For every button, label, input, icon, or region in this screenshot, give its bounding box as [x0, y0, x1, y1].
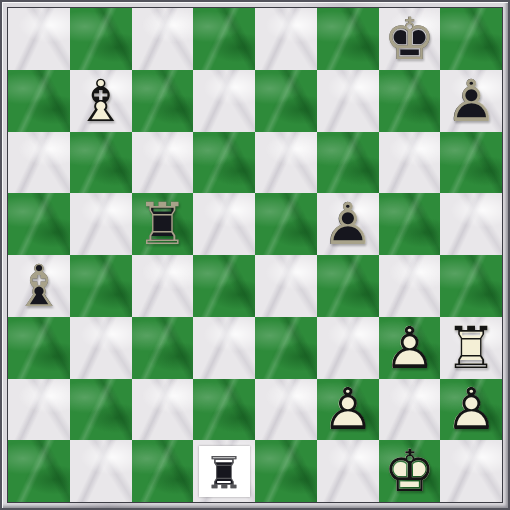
square-a7 [8, 70, 70, 132]
black-pawn-outline-glyph: ♙ [445, 72, 497, 130]
square-g7 [379, 70, 441, 132]
square-d2 [193, 379, 255, 441]
square-a8 [8, 8, 70, 70]
square-g3: ♟♙ [379, 317, 441, 379]
black-king-piece: ♚♔ [379, 8, 441, 70]
square-g1: ♚♔ [379, 440, 441, 502]
square-f5: ♟♙ [317, 193, 379, 255]
square-d1: ♜♖ [193, 440, 255, 502]
black-rook-piece: ♜♖ [132, 193, 194, 255]
square-h8 [440, 8, 502, 70]
white-pawn-outline-glyph: ♙ [322, 380, 374, 438]
white-bishop-piece: ♝♗ [70, 70, 132, 132]
square-f1 [317, 440, 379, 502]
black-bishop-outline-glyph: ♗ [13, 257, 65, 315]
square-c1 [132, 440, 194, 502]
white-pawn-piece: ♟♙ [379, 317, 441, 379]
square-b2 [70, 379, 132, 441]
board-frame: ♚♔♝♗♟♙♜♖♟♙♝♗♟♙♜♖♟♙♟♙♜♖♚♔ [0, 0, 510, 510]
white-pawn-piece: ♟♙ [440, 379, 502, 441]
black-king-outline-glyph: ♔ [383, 10, 435, 68]
square-e6 [255, 132, 317, 194]
square-d3 [193, 317, 255, 379]
square-e4 [255, 255, 317, 317]
square-g6 [379, 132, 441, 194]
black-rook-outline-glyph: ♖ [136, 195, 188, 253]
black-rook-outline-glyph: ♖ [204, 449, 243, 493]
square-h3: ♜♖ [440, 317, 502, 379]
square-a4: ♝♗ [8, 255, 70, 317]
square-e2 [255, 379, 317, 441]
square-a3 [8, 317, 70, 379]
black-pawn-piece: ♟♙ [440, 70, 502, 132]
square-d8 [193, 8, 255, 70]
square-e7 [255, 70, 317, 132]
black-pawn-outline-glyph: ♙ [322, 195, 374, 253]
square-c6 [132, 132, 194, 194]
black-rook-inverted-piece: ♜♖ [199, 446, 250, 497]
square-d7 [193, 70, 255, 132]
square-h1 [440, 440, 502, 502]
square-b7: ♝♗ [70, 70, 132, 132]
square-a6 [8, 132, 70, 194]
square-h6 [440, 132, 502, 194]
square-e1 [255, 440, 317, 502]
square-d4 [193, 255, 255, 317]
square-f3 [317, 317, 379, 379]
square-f4 [317, 255, 379, 317]
white-king-piece: ♚♔ [379, 440, 441, 502]
square-c4 [132, 255, 194, 317]
square-a2 [8, 379, 70, 441]
square-g4 [379, 255, 441, 317]
square-e5 [255, 193, 317, 255]
square-b5 [70, 193, 132, 255]
square-h7: ♟♙ [440, 70, 502, 132]
square-d6 [193, 132, 255, 194]
white-pawn-outline-glyph: ♙ [383, 319, 435, 377]
square-c2 [132, 379, 194, 441]
square-e3 [255, 317, 317, 379]
square-b4 [70, 255, 132, 317]
square-a1 [8, 440, 70, 502]
black-bishop-piece: ♝♗ [8, 255, 70, 317]
white-pawn-piece: ♟♙ [317, 379, 379, 441]
square-b3 [70, 317, 132, 379]
square-h4 [440, 255, 502, 317]
square-g8: ♚♔ [379, 8, 441, 70]
square-c3 [132, 317, 194, 379]
square-h2: ♟♙ [440, 379, 502, 441]
white-king-outline-glyph: ♔ [383, 442, 435, 500]
black-pawn-piece: ♟♙ [317, 193, 379, 255]
square-g2 [379, 379, 441, 441]
white-pawn-outline-glyph: ♙ [445, 380, 497, 438]
square-b6 [70, 132, 132, 194]
white-rook-piece: ♜♖ [440, 317, 502, 379]
white-bishop-outline-glyph: ♗ [75, 72, 127, 130]
square-b1 [70, 440, 132, 502]
square-h5 [440, 193, 502, 255]
square-f8 [317, 8, 379, 70]
square-c7 [132, 70, 194, 132]
square-f6 [317, 132, 379, 194]
square-c8 [132, 8, 194, 70]
chess-board: ♚♔♝♗♟♙♜♖♟♙♝♗♟♙♜♖♟♙♟♙♜♖♚♔ [7, 7, 503, 503]
square-f7 [317, 70, 379, 132]
square-f2: ♟♙ [317, 379, 379, 441]
square-c5: ♜♖ [132, 193, 194, 255]
square-b8 [70, 8, 132, 70]
square-a5 [8, 193, 70, 255]
square-g5 [379, 193, 441, 255]
square-e8 [255, 8, 317, 70]
white-rook-outline-glyph: ♖ [445, 319, 497, 377]
square-d5 [193, 193, 255, 255]
